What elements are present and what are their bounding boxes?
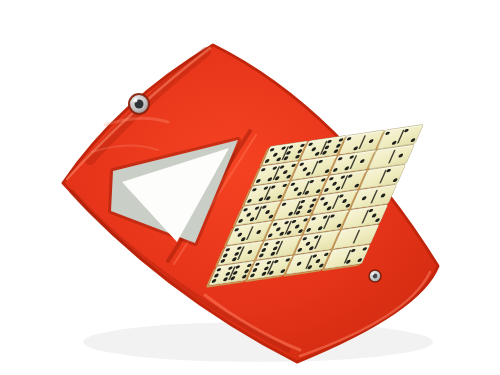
pip <box>287 231 293 235</box>
pip <box>280 165 286 169</box>
pip <box>393 178 399 182</box>
pip <box>281 202 287 206</box>
pip <box>360 159 366 163</box>
pip <box>271 185 277 189</box>
pip <box>264 159 270 163</box>
snap-socket <box>129 94 149 114</box>
pip <box>304 191 310 195</box>
pip <box>324 188 330 192</box>
pip <box>222 253 228 257</box>
pip <box>263 242 269 246</box>
pip <box>211 279 217 283</box>
pip <box>267 233 273 237</box>
pip <box>288 145 294 149</box>
pip <box>243 208 249 212</box>
pip <box>255 179 261 183</box>
pip <box>398 153 404 157</box>
pip <box>250 273 256 277</box>
pip <box>275 227 281 231</box>
pip <box>295 224 301 228</box>
pip <box>283 170 289 174</box>
pip <box>342 199 348 203</box>
pip <box>362 247 368 251</box>
pip <box>265 210 271 214</box>
pip <box>311 147 317 151</box>
pip <box>252 268 258 272</box>
pip <box>220 259 226 263</box>
pip <box>256 230 262 234</box>
pip <box>332 168 338 172</box>
pip <box>298 205 304 209</box>
pip <box>332 182 338 186</box>
pip <box>302 237 308 241</box>
pip <box>306 228 312 232</box>
pip <box>302 167 308 171</box>
pip <box>322 151 328 155</box>
pip <box>375 218 381 222</box>
pip <box>246 213 252 217</box>
pip <box>305 242 311 246</box>
pip <box>225 248 231 252</box>
pip <box>324 145 330 149</box>
pip <box>237 233 243 237</box>
pip <box>327 140 333 144</box>
pip <box>315 259 321 263</box>
pip <box>258 253 264 257</box>
pip <box>269 148 275 152</box>
pip <box>293 187 299 191</box>
pip <box>290 182 296 186</box>
pip <box>372 213 378 217</box>
pip <box>307 265 313 269</box>
pip <box>286 151 292 155</box>
pip <box>247 250 253 254</box>
pip <box>346 137 352 141</box>
pip <box>234 228 240 232</box>
pip <box>323 202 329 206</box>
pip <box>410 138 416 142</box>
pip <box>380 193 386 197</box>
pip <box>295 211 301 215</box>
pip <box>369 139 375 143</box>
pip <box>309 180 315 184</box>
domino-case-photo <box>0 0 500 375</box>
pip <box>269 271 275 275</box>
pip <box>291 220 297 224</box>
pip <box>308 142 314 146</box>
pip <box>348 174 354 178</box>
pip <box>296 262 302 266</box>
pip <box>274 260 280 264</box>
pip <box>230 276 236 280</box>
pip <box>328 177 334 181</box>
pip <box>361 196 367 200</box>
pip <box>247 199 253 203</box>
snap-stud <box>369 270 381 282</box>
pip <box>299 162 305 166</box>
pip <box>337 157 343 161</box>
pip <box>346 260 352 264</box>
pip <box>318 160 324 164</box>
pip <box>330 214 336 218</box>
pip <box>312 254 318 258</box>
pip <box>357 258 363 262</box>
case-artwork <box>0 0 500 375</box>
pip <box>404 129 410 133</box>
pip <box>351 249 357 253</box>
pip <box>266 196 272 200</box>
pip <box>311 217 317 221</box>
pip <box>297 248 303 252</box>
pip <box>275 176 281 180</box>
pip <box>235 265 241 269</box>
pip <box>320 197 326 201</box>
pip <box>262 205 268 209</box>
pip <box>260 168 266 172</box>
pip <box>254 262 260 266</box>
pip <box>368 209 374 213</box>
pip <box>300 200 306 204</box>
pip <box>233 271 239 275</box>
pip <box>284 156 290 160</box>
pip <box>216 268 222 272</box>
pip <box>272 153 278 157</box>
pip <box>272 222 278 226</box>
pip <box>251 188 257 192</box>
pip <box>214 273 220 277</box>
pip <box>238 219 244 223</box>
pip <box>386 169 392 173</box>
pip <box>339 194 345 198</box>
pip <box>385 131 391 135</box>
pip <box>261 248 267 252</box>
